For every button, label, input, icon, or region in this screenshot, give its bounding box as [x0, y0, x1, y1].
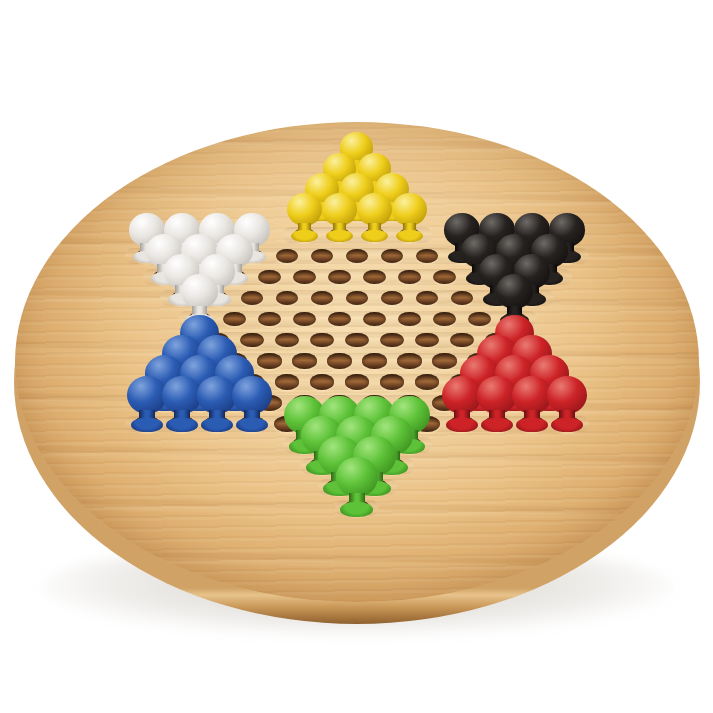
peg-foot — [551, 418, 582, 432]
peg-ball — [232, 376, 272, 414]
chinese-checkers-board — [15, 122, 699, 602]
peg-foot — [201, 418, 232, 432]
peg-blue[interactable] — [231, 376, 273, 433]
peg-foot — [516, 418, 547, 432]
peg-ball — [547, 376, 587, 414]
peg-ball — [496, 274, 533, 309]
peg-foot — [361, 230, 388, 242]
chinese-checkers-photo — [0, 0, 713, 713]
peg-yellow[interactable] — [286, 193, 322, 242]
peg-foot — [131, 418, 162, 432]
peg-yellow[interactable] — [356, 193, 392, 242]
peg-foot — [396, 230, 423, 242]
peg-ball — [392, 193, 427, 226]
peg-foot — [340, 502, 373, 517]
peg-ball — [336, 457, 379, 497]
peg-ball — [287, 193, 322, 226]
pegs-layer — [15, 122, 699, 602]
peg-green[interactable] — [335, 457, 380, 517]
peg-foot — [291, 230, 318, 242]
peg-yellow[interactable] — [391, 193, 427, 242]
peg-foot — [326, 230, 353, 242]
peg-red[interactable] — [546, 376, 588, 433]
peg-ball — [181, 274, 218, 309]
peg-foot — [446, 418, 477, 432]
peg-ball — [357, 193, 392, 226]
peg-yellow[interactable] — [321, 193, 357, 242]
peg-foot — [166, 418, 197, 432]
peg-ball — [322, 193, 357, 226]
peg-foot — [481, 418, 512, 432]
peg-foot — [236, 418, 267, 432]
